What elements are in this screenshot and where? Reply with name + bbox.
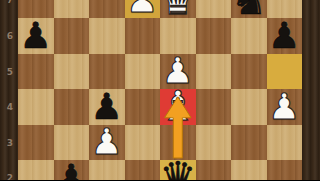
square-a3[interactable]	[18, 125, 54, 161]
square-b7[interactable]	[54, 0, 90, 18]
square-e7[interactable]: ♛	[160, 0, 196, 18]
piece-black-pawn-a6[interactable]: ♟	[20, 18, 52, 54]
square-f5[interactable]	[196, 54, 232, 90]
square-h4[interactable]: ♟	[267, 89, 303, 125]
piece-white-pawn-h4[interactable]: ♟	[268, 89, 300, 125]
rank-label-2: 2	[0, 174, 13, 181]
square-f3[interactable]	[196, 125, 232, 161]
square-f6[interactable]	[196, 18, 232, 54]
square-e6[interactable]	[160, 18, 196, 54]
piece-black-pawn-c4[interactable]: ♟	[91, 89, 123, 125]
chess-video-frame: ♟♛♞♟♟♟♟♝♟♟♟♛ 765432	[0, 0, 320, 180]
square-f7[interactable]	[196, 0, 232, 18]
square-d3[interactable]	[125, 125, 161, 161]
rank-label-3: 3	[0, 138, 13, 147]
square-e4[interactable]: ♝	[160, 89, 196, 125]
square-d6[interactable]	[125, 18, 161, 54]
square-g3[interactable]	[231, 125, 267, 161]
square-h5[interactable]	[267, 54, 303, 90]
square-h6[interactable]: ♟	[267, 18, 303, 54]
square-c5[interactable]	[89, 54, 125, 90]
square-f2[interactable]	[196, 160, 232, 180]
square-g7[interactable]: ♞	[231, 0, 267, 18]
square-b2[interactable]: ♟	[54, 160, 90, 180]
square-d7[interactable]: ♟	[125, 0, 161, 18]
square-a5[interactable]	[18, 54, 54, 90]
square-d2[interactable]	[125, 160, 161, 180]
square-h2[interactable]	[267, 160, 303, 180]
piece-black-queen-e2[interactable]: ♛	[159, 157, 196, 180]
square-d4[interactable]	[125, 89, 161, 125]
square-g5[interactable]	[231, 54, 267, 90]
square-b6[interactable]	[54, 18, 90, 54]
square-a6[interactable]: ♟	[18, 18, 54, 54]
square-c4[interactable]: ♟	[89, 89, 125, 125]
piece-white-pawn-d7[interactable]: ♟	[126, 0, 158, 18]
square-b4[interactable]	[54, 89, 90, 125]
piece-white-pawn-c3[interactable]: ♟	[91, 124, 123, 160]
square-g6[interactable]	[231, 18, 267, 54]
square-d5[interactable]	[125, 54, 161, 90]
square-c3[interactable]: ♟	[89, 125, 125, 161]
board-right-rail	[302, 0, 320, 180]
square-b3[interactable]	[54, 125, 90, 161]
chess-board: ♟♛♞♟♟♟♟♝♟♟♟♛	[18, 0, 302, 180]
rank-label-7: 7	[0, 0, 13, 5]
piece-white-bishop-e4[interactable]: ♝	[159, 86, 196, 127]
square-f4[interactable]	[196, 89, 232, 125]
rank-label-5: 5	[0, 67, 13, 76]
square-e2[interactable]: ♛	[160, 160, 196, 180]
square-c2[interactable]	[89, 160, 125, 180]
square-a4[interactable]	[18, 89, 54, 125]
square-b5[interactable]	[54, 54, 90, 90]
square-c7[interactable]	[89, 0, 125, 18]
square-c6[interactable]	[89, 18, 125, 54]
piece-black-pawn-b2[interactable]: ♟	[55, 160, 87, 180]
rank-label-6: 6	[0, 32, 13, 41]
rank-label-4: 4	[0, 103, 13, 112]
piece-black-pawn-h6[interactable]: ♟	[268, 18, 300, 54]
board-left-rail: 765432	[0, 0, 18, 180]
square-g2[interactable]	[231, 160, 267, 180]
square-a2[interactable]	[18, 160, 54, 180]
square-h3[interactable]	[267, 125, 303, 161]
square-g4[interactable]	[231, 89, 267, 125]
